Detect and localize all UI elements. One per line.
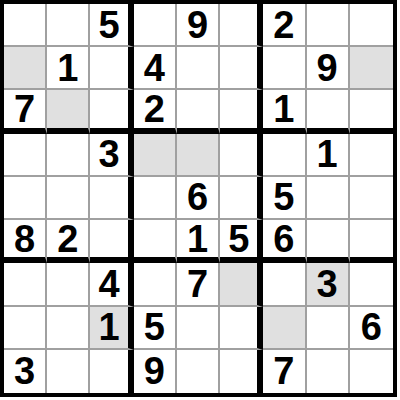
cell-r6c2[interactable]: 2 bbox=[47, 220, 90, 263]
cell-r6c7[interactable]: 6 bbox=[263, 220, 306, 263]
given-digit: 4 bbox=[98, 265, 119, 303]
cell-r9c2[interactable] bbox=[47, 350, 90, 393]
cell-r8c1[interactable] bbox=[4, 307, 47, 350]
cell-r9c9[interactable] bbox=[350, 350, 393, 393]
given-digit: 1 bbox=[57, 49, 78, 87]
given-digit: 6 bbox=[187, 178, 208, 216]
cell-r2c7[interactable] bbox=[263, 47, 306, 90]
cell-r8c8[interactable] bbox=[307, 307, 350, 350]
cell-r4c4[interactable] bbox=[134, 134, 177, 177]
cell-r9c5[interactable] bbox=[177, 350, 220, 393]
cell-r9c3[interactable] bbox=[90, 350, 133, 393]
cell-r6c8[interactable] bbox=[307, 220, 350, 263]
cell-r1c2[interactable] bbox=[47, 4, 90, 47]
cell-r3c9[interactable] bbox=[350, 90, 393, 133]
cell-r2c9[interactable] bbox=[350, 47, 393, 90]
cell-r7c9[interactable] bbox=[350, 263, 393, 306]
cell-r1c3[interactable]: 5 bbox=[90, 4, 133, 47]
given-digit: 1 bbox=[98, 308, 119, 346]
cell-r5c6[interactable] bbox=[220, 177, 263, 220]
cell-r1c9[interactable] bbox=[350, 4, 393, 47]
cell-r7c7[interactable] bbox=[263, 263, 306, 306]
cell-r8c7[interactable] bbox=[263, 307, 306, 350]
cell-r3c3[interactable] bbox=[90, 90, 133, 133]
cell-r6c4[interactable] bbox=[134, 220, 177, 263]
cell-r1c4[interactable] bbox=[134, 4, 177, 47]
cell-r4c3[interactable]: 3 bbox=[90, 134, 133, 177]
given-digit: 1 bbox=[273, 90, 294, 128]
cell-r3c6[interactable] bbox=[220, 90, 263, 133]
cell-r5c7[interactable]: 5 bbox=[263, 177, 306, 220]
cell-r3c8[interactable] bbox=[307, 90, 350, 133]
given-digit: 4 bbox=[144, 49, 165, 87]
cell-r5c9[interactable] bbox=[350, 177, 393, 220]
given-digit: 7 bbox=[273, 352, 294, 390]
cell-r9c1[interactable]: 3 bbox=[4, 350, 47, 393]
cell-r8c6[interactable] bbox=[220, 307, 263, 350]
cell-r7c6[interactable] bbox=[220, 263, 263, 306]
cell-r6c5[interactable]: 1 bbox=[177, 220, 220, 263]
cell-r9c7[interactable]: 7 bbox=[263, 350, 306, 393]
cell-r6c1[interactable]: 8 bbox=[4, 220, 47, 263]
cell-r7c8[interactable]: 3 bbox=[307, 263, 350, 306]
cell-r7c1[interactable] bbox=[4, 263, 47, 306]
given-digit: 3 bbox=[14, 352, 35, 390]
given-digit: 7 bbox=[187, 265, 208, 303]
cell-r9c8[interactable] bbox=[307, 350, 350, 393]
cell-r4c5[interactable] bbox=[177, 134, 220, 177]
given-digit: 3 bbox=[98, 135, 119, 173]
cell-r3c1[interactable]: 7 bbox=[4, 90, 47, 133]
cell-r1c1[interactable] bbox=[4, 4, 47, 47]
cell-r8c4[interactable]: 5 bbox=[134, 307, 177, 350]
cell-r3c7[interactable]: 1 bbox=[263, 90, 306, 133]
cell-r1c6[interactable] bbox=[220, 4, 263, 47]
given-digit: 9 bbox=[187, 6, 208, 44]
cell-r7c4[interactable] bbox=[134, 263, 177, 306]
cell-r5c4[interactable] bbox=[134, 177, 177, 220]
cell-r2c1[interactable] bbox=[4, 47, 47, 90]
cell-r7c5[interactable]: 7 bbox=[177, 263, 220, 306]
cell-r7c2[interactable] bbox=[47, 263, 90, 306]
cell-r8c3[interactable]: 1 bbox=[90, 307, 133, 350]
cell-r2c2[interactable]: 1 bbox=[47, 47, 90, 90]
cell-r3c5[interactable] bbox=[177, 90, 220, 133]
cell-r2c5[interactable] bbox=[177, 47, 220, 90]
cell-r5c8[interactable] bbox=[307, 177, 350, 220]
given-digit: 9 bbox=[317, 49, 338, 87]
cell-r4c9[interactable] bbox=[350, 134, 393, 177]
cell-r1c7[interactable]: 2 bbox=[263, 4, 306, 47]
given-digit: 2 bbox=[144, 90, 165, 128]
cell-r4c7[interactable] bbox=[263, 134, 306, 177]
cell-r7c3[interactable]: 4 bbox=[90, 263, 133, 306]
sudoku-board: 592149721316582156473156397 bbox=[0, 0, 397, 397]
given-digit: 9 bbox=[144, 352, 165, 390]
cell-r4c1[interactable] bbox=[4, 134, 47, 177]
cell-r2c4[interactable]: 4 bbox=[134, 47, 177, 90]
cell-r1c5[interactable]: 9 bbox=[177, 4, 220, 47]
cell-r1c8[interactable] bbox=[307, 4, 350, 47]
cell-r5c1[interactable] bbox=[4, 177, 47, 220]
given-digit: 5 bbox=[273, 178, 294, 216]
given-digit: 8 bbox=[14, 220, 35, 258]
given-digit: 5 bbox=[98, 6, 119, 44]
cell-r5c5[interactable]: 6 bbox=[177, 177, 220, 220]
cell-r6c6[interactable]: 5 bbox=[220, 220, 263, 263]
cell-r8c2[interactable] bbox=[47, 307, 90, 350]
cell-r3c4[interactable]: 2 bbox=[134, 90, 177, 133]
cell-r2c3[interactable] bbox=[90, 47, 133, 90]
cell-r8c9[interactable]: 6 bbox=[350, 307, 393, 350]
cell-r4c2[interactable] bbox=[47, 134, 90, 177]
cell-r4c6[interactable] bbox=[220, 134, 263, 177]
given-digit: 5 bbox=[144, 308, 165, 346]
cell-r9c6[interactable] bbox=[220, 350, 263, 393]
given-digit: 1 bbox=[317, 135, 338, 173]
cell-r6c9[interactable] bbox=[350, 220, 393, 263]
given-digit: 3 bbox=[317, 265, 338, 303]
given-digit: 1 bbox=[187, 220, 208, 258]
cell-r8c5[interactable] bbox=[177, 307, 220, 350]
cell-r2c6[interactable] bbox=[220, 47, 263, 90]
cell-r5c3[interactable] bbox=[90, 177, 133, 220]
cell-r9c4[interactable]: 9 bbox=[134, 350, 177, 393]
given-digit: 7 bbox=[14, 90, 35, 128]
given-digit: 2 bbox=[57, 220, 78, 258]
given-digit: 2 bbox=[273, 6, 294, 44]
given-digit: 5 bbox=[228, 220, 249, 258]
cell-r5c2[interactable] bbox=[47, 177, 90, 220]
cell-r3c2[interactable] bbox=[47, 90, 90, 133]
cell-r6c3[interactable] bbox=[90, 220, 133, 263]
cell-r4c8[interactable]: 1 bbox=[307, 134, 350, 177]
cell-r2c8[interactable]: 9 bbox=[307, 47, 350, 90]
given-digit: 6 bbox=[361, 308, 382, 346]
given-digit: 6 bbox=[273, 220, 294, 258]
